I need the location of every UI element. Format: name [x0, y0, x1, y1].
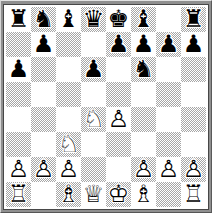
- square-f3[interactable]: [131, 132, 156, 157]
- square-c5[interactable]: [56, 82, 81, 107]
- white-pawn: ♙: [31, 157, 56, 182]
- square-b5[interactable]: [31, 82, 56, 107]
- square-b1[interactable]: [31, 182, 56, 207]
- black-king: ♚: [106, 7, 131, 32]
- square-d5[interactable]: [81, 82, 106, 107]
- square-h6[interactable]: [181, 57, 206, 82]
- white-bishop: ♗: [56, 182, 81, 207]
- board-frame: ♜♞♝♛♚♝♜♟♟♟♟♟♟♟♞♞♘♟♙♞♘♟♙♟♙♟♙♟♙♟♙♟♙♜♖♝♗♛♕♚…: [0, 0, 212, 213]
- square-a1[interactable]: ♜♖: [6, 182, 31, 207]
- square-d3[interactable]: [81, 132, 106, 157]
- white-king-fill: ♚: [106, 182, 131, 207]
- white-pawn: ♙: [6, 157, 31, 182]
- square-h3[interactable]: [181, 132, 206, 157]
- square-g1[interactable]: [156, 182, 181, 207]
- square-c3[interactable]: ♞♘: [56, 132, 81, 157]
- black-pawn: ♟: [81, 57, 106, 82]
- black-pawn: ♟: [131, 32, 156, 57]
- square-c8[interactable]: ♝: [56, 7, 81, 32]
- square-a3[interactable]: [6, 132, 31, 157]
- square-e1[interactable]: ♚♔: [106, 182, 131, 207]
- square-e3[interactable]: [106, 132, 131, 157]
- white-queen-fill: ♛: [81, 182, 106, 207]
- square-c2[interactable]: ♟♙: [56, 157, 81, 182]
- black-pawn: ♟: [106, 32, 131, 57]
- black-pawn: ♟: [31, 32, 56, 57]
- square-f4[interactable]: [131, 107, 156, 132]
- white-pawn: ♙: [131, 157, 156, 182]
- square-g4[interactable]: [156, 107, 181, 132]
- square-d7[interactable]: [81, 32, 106, 57]
- square-g3[interactable]: [156, 132, 181, 157]
- square-f2[interactable]: ♟♙: [131, 157, 156, 182]
- square-h2[interactable]: ♟♙: [181, 157, 206, 182]
- white-pawn-fill: ♟: [106, 107, 131, 132]
- white-rook: ♖: [181, 182, 206, 207]
- square-c1[interactable]: ♝♗: [56, 182, 81, 207]
- black-knight: ♞: [131, 57, 156, 82]
- white-pawn-fill: ♟: [181, 157, 206, 182]
- square-b7[interactable]: ♟: [31, 32, 56, 57]
- black-bishop: ♝: [131, 7, 156, 32]
- black-knight: ♞: [31, 7, 56, 32]
- board-inner-border: ♜♞♝♛♚♝♜♟♟♟♟♟♟♟♞♞♘♟♙♞♘♟♙♟♙♟♙♟♙♟♙♟♙♜♖♝♗♛♕♚…: [3, 4, 209, 210]
- square-d2[interactable]: [81, 157, 106, 182]
- black-pawn: ♟: [156, 32, 181, 57]
- white-knight-fill: ♞: [81, 107, 106, 132]
- square-g2[interactable]: ♟♙: [156, 157, 181, 182]
- white-knight: ♘: [56, 132, 81, 157]
- square-d8[interactable]: ♛: [81, 7, 106, 32]
- square-e2[interactable]: [106, 157, 131, 182]
- square-e7[interactable]: ♟: [106, 32, 131, 57]
- white-bishop-fill: ♝: [131, 182, 156, 207]
- white-bishop-fill: ♝: [56, 182, 81, 207]
- square-b6[interactable]: [31, 57, 56, 82]
- square-e6[interactable]: [106, 57, 131, 82]
- white-pawn-fill: ♟: [156, 157, 181, 182]
- square-c4[interactable]: [56, 107, 81, 132]
- square-f7[interactable]: ♟: [131, 32, 156, 57]
- square-a6[interactable]: ♟: [6, 57, 31, 82]
- square-b3[interactable]: [31, 132, 56, 157]
- black-rook: ♜: [181, 7, 206, 32]
- square-f5[interactable]: [131, 82, 156, 107]
- square-g6[interactable]: [156, 57, 181, 82]
- square-g5[interactable]: [156, 82, 181, 107]
- square-d4[interactable]: ♞♘: [81, 107, 106, 132]
- black-queen: ♛: [81, 7, 106, 32]
- square-h8[interactable]: ♜: [181, 7, 206, 32]
- black-bishop: ♝: [56, 7, 81, 32]
- square-b2[interactable]: ♟♙: [31, 157, 56, 182]
- square-e8[interactable]: ♚: [106, 7, 131, 32]
- white-rook-fill: ♜: [181, 182, 206, 207]
- black-pawn: ♟: [6, 57, 31, 82]
- square-a8[interactable]: ♜: [6, 7, 31, 32]
- square-b4[interactable]: [31, 107, 56, 132]
- white-knight-fill: ♞: [56, 132, 81, 157]
- square-d1[interactable]: ♛♕: [81, 182, 106, 207]
- black-pawn: ♟: [181, 32, 206, 57]
- square-h7[interactable]: ♟: [181, 32, 206, 57]
- white-rook: ♖: [6, 182, 31, 207]
- white-pawn: ♙: [56, 157, 81, 182]
- square-f6[interactable]: ♞: [131, 57, 156, 82]
- white-pawn-fill: ♟: [31, 157, 56, 182]
- square-g8[interactable]: [156, 7, 181, 32]
- square-a5[interactable]: [6, 82, 31, 107]
- square-b8[interactable]: ♞: [31, 7, 56, 32]
- white-pawn-fill: ♟: [6, 157, 31, 182]
- white-pawn: ♙: [181, 157, 206, 182]
- square-h1[interactable]: ♜♖: [181, 182, 206, 207]
- white-pawn-fill: ♟: [56, 157, 81, 182]
- white-pawn-fill: ♟: [131, 157, 156, 182]
- square-f1[interactable]: ♝♗: [131, 182, 156, 207]
- square-a4[interactable]: [6, 107, 31, 132]
- white-pawn: ♙: [156, 157, 181, 182]
- square-h4[interactable]: [181, 107, 206, 132]
- square-e4[interactable]: ♟♙: [106, 107, 131, 132]
- square-g7[interactable]: ♟: [156, 32, 181, 57]
- square-h5[interactable]: [181, 82, 206, 107]
- white-pawn: ♙: [106, 107, 131, 132]
- chess-board: ♜♞♝♛♚♝♜♟♟♟♟♟♟♟♞♞♘♟♙♞♘♟♙♟♙♟♙♟♙♟♙♟♙♜♖♝♗♛♕♚…: [6, 7, 206, 207]
- square-c7[interactable]: [56, 32, 81, 57]
- square-a7[interactable]: [6, 32, 31, 57]
- square-f8[interactable]: ♝: [131, 7, 156, 32]
- square-e5[interactable]: [106, 82, 131, 107]
- square-a2[interactable]: ♟♙: [6, 157, 31, 182]
- square-c6[interactable]: [56, 57, 81, 82]
- white-king: ♔: [106, 182, 131, 207]
- white-knight: ♘: [81, 107, 106, 132]
- white-queen: ♕: [81, 182, 106, 207]
- white-bishop: ♗: [131, 182, 156, 207]
- square-d6[interactable]: ♟: [81, 57, 106, 82]
- white-rook-fill: ♜: [6, 182, 31, 207]
- black-rook: ♜: [6, 7, 31, 32]
